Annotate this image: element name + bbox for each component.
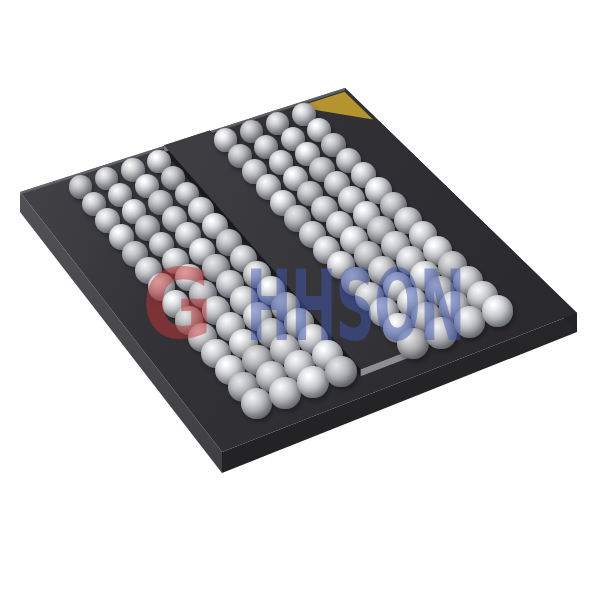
solder-ball: [454, 306, 486, 338]
bga-chip-product-photo: G HHSON: [0, 0, 600, 600]
solder-ball: [482, 295, 514, 327]
solder-ball: [269, 377, 301, 409]
solder-ball: [397, 328, 429, 360]
solder-ball: [297, 366, 329, 398]
solder-ball: [325, 356, 357, 388]
solder-ball: [425, 317, 457, 349]
